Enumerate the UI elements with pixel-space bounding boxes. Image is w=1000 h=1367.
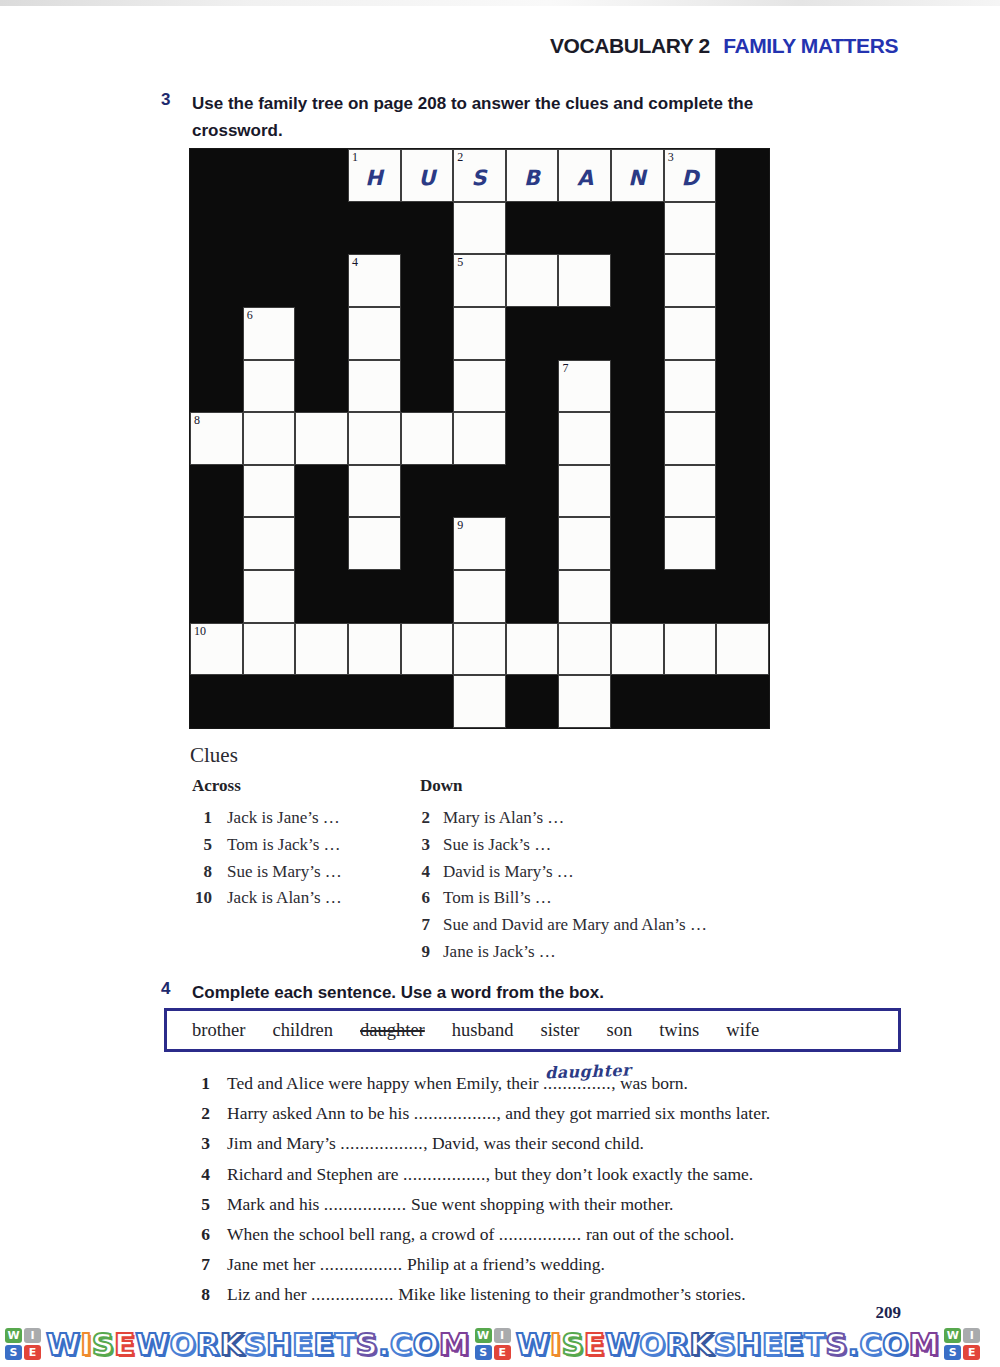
clue-text: David is Mary’s …: [443, 859, 574, 886]
watermark-text: WISEWORKSHEETS.COM: [516, 1326, 940, 1362]
watermark-bar: WISEWISEWORKSHEETS.COMWISEWISEWORKSHEETS…: [0, 1321, 1000, 1367]
grid-cell-r11c3: [295, 675, 348, 728]
sentence-post-text: , but they don’t look exactly the same.: [486, 1164, 753, 1184]
grid-cell-r1c3: [295, 149, 348, 202]
sentence-post-text: , and they got married six months later.: [497, 1103, 771, 1123]
grid-cell-r2c3: [295, 202, 348, 255]
grid-cell-r5c5: [401, 360, 454, 413]
grid-cell-r7c4[interactable]: [348, 465, 401, 518]
logo-square-S: S: [5, 1345, 22, 1360]
grid-cell-r5c9: [611, 360, 664, 413]
sentence-8: 8Liz and her ................. Mike like…: [178, 1279, 770, 1309]
grid-cell-r3c9: [611, 254, 664, 307]
grid-cell-r11c5: [401, 675, 454, 728]
entered-letter: D: [681, 166, 699, 190]
grid-cell-r5c4[interactable]: [348, 360, 401, 413]
exercise3-instruction-line2: crossword.: [192, 121, 283, 140]
sentence-number: 6: [178, 1219, 210, 1249]
sentence-number: 7: [178, 1249, 210, 1279]
down-clue-3: 3Sue is Jack’s …: [410, 832, 707, 859]
grid-cell-r10c2[interactable]: [243, 623, 296, 676]
grid-cell-r1c7[interactable]: B: [506, 149, 559, 202]
logo-square-S: S: [475, 1345, 492, 1360]
exercise4-number: 4: [161, 979, 175, 1006]
down-label: Down: [420, 776, 707, 796]
sentence-3: 3Jim and Mary’s ................., David…: [178, 1128, 770, 1158]
grid-cell-r9c8[interactable]: [558, 570, 611, 623]
wiseworksheets-logo-icon: WISE: [944, 1328, 980, 1360]
grid-cell-r11c6[interactable]: [453, 675, 506, 728]
word-bank-box: brotherchildrendaughterhusbandsistersont…: [164, 1008, 901, 1052]
sentence-pre-text: Richard and Stephen are: [227, 1164, 403, 1184]
grid-cell-r8c7: [506, 517, 559, 570]
clue-number-9: 9: [457, 519, 463, 533]
grid-cell-r10c11[interactable]: [716, 623, 769, 676]
across-clue-5: 5Tom is Jack’s …: [185, 832, 342, 859]
clue-number-2: 2: [457, 151, 463, 165]
grid-cell-r7c5: [401, 465, 454, 518]
grid-cell-r2c5: [401, 202, 454, 255]
watermark-letter: .: [378, 1326, 390, 1362]
grid-cell-r10c6[interactable]: [453, 623, 506, 676]
grid-cell-r10c4[interactable]: [348, 623, 401, 676]
watermark-text: WISEWORKSHEETS.COM: [46, 1326, 470, 1362]
sentence-pre-text: Mark and his: [227, 1194, 324, 1214]
word-bank-item-wife: wife: [726, 1020, 759, 1041]
grid-cell-r11c1: [190, 675, 243, 728]
sentence-pre-text: Liz and her: [227, 1284, 311, 1304]
down-clue-6: 6Tom is Bill’s …: [410, 885, 707, 912]
grid-cell-r11c8[interactable]: [558, 675, 611, 728]
clue-num: 7: [410, 912, 430, 939]
grid-cell-r10c9[interactable]: [611, 623, 664, 676]
grid-cell-r8c2[interactable]: [243, 517, 296, 570]
sentence-post-text: Philip at a friend’s wedding.: [403, 1254, 605, 1274]
grid-cell-r10c3[interactable]: [295, 623, 348, 676]
down-clue-list: 2Mary is Alan’s …3Sue is Jack’s …4David …: [410, 805, 707, 966]
sentence-pre-text: When the school bell rang, a crowd of: [227, 1224, 499, 1244]
clue-number-1: 1: [352, 151, 358, 165]
grid-cell-r2c10[interactable]: [664, 202, 717, 255]
fill-in-blank[interactable]: .................: [340, 1133, 423, 1153]
watermark-letter: S: [561, 1326, 583, 1362]
clue-text: Jack is Alan’s …: [227, 885, 342, 912]
grid-cell-r3c4[interactable]: 4: [348, 254, 401, 307]
grid-cell-r6c10[interactable]: [664, 412, 717, 465]
clue-text: Sue is Mary’s …: [227, 859, 342, 886]
grid-cell-r3c2: [243, 254, 296, 307]
logo-square-E: E: [24, 1345, 41, 1360]
grid-cell-r4c6[interactable]: [453, 307, 506, 360]
watermark-letter: T: [334, 1326, 355, 1362]
clue-text: Mary is Alan’s …: [443, 805, 564, 832]
sentence-pre-text: Harry asked Ann to be his: [227, 1103, 414, 1123]
grid-cell-r5c1: [190, 360, 243, 413]
sentence-text: Richard and Stephen are ................…: [227, 1159, 753, 1189]
exercise3-number: 3: [161, 90, 175, 144]
grid-cell-r6c8[interactable]: [558, 412, 611, 465]
grid-cell-r8c4[interactable]: [348, 517, 401, 570]
grid-cell-r11c4: [348, 675, 401, 728]
down-clues-column: Down 2Mary is Alan’s …3Sue is Jack’s …4D…: [410, 776, 707, 966]
logo-square-I: I: [963, 1328, 980, 1343]
watermark-letter: W: [135, 1326, 169, 1362]
grid-cell-r1c6[interactable]: 2S: [453, 149, 506, 202]
clue-number-8: 8: [194, 414, 200, 428]
grid-cell-r5c6[interactable]: [453, 360, 506, 413]
grid-cell-r3c10[interactable]: [664, 254, 717, 307]
grid-cell-r11c2: [243, 675, 296, 728]
grid-cell-r9c9: [611, 570, 664, 623]
grid-cell-r8c9: [611, 517, 664, 570]
grid-cell-r2c8: [558, 202, 611, 255]
clue-text: Sue is Jack’s …: [443, 832, 551, 859]
sentence-text: Jim and Mary’s ................., David,…: [227, 1128, 644, 1158]
clue-number-10: 10: [194, 625, 206, 639]
grid-cell-r8c10[interactable]: [664, 517, 717, 570]
watermark-letter: T: [804, 1326, 825, 1362]
exercise4-header: 4 Complete each sentence. Use a word fro…: [161, 979, 604, 1006]
grid-cell-r4c1: [190, 307, 243, 360]
crossword-grid: 1HU2SBAN3D45678910: [189, 148, 770, 729]
clue-number-7: 7: [562, 362, 568, 376]
clue-text: Tom is Jack’s …: [227, 832, 341, 859]
watermark-letter: I: [80, 1326, 92, 1362]
watermark-letter: O: [639, 1326, 665, 1362]
entered-letter: A: [576, 166, 593, 190]
grid-cell-r2c4: [348, 202, 401, 255]
grid-cell-r10c1[interactable]: 10: [190, 623, 243, 676]
grid-cell-r3c8[interactable]: [558, 254, 611, 307]
watermark-letter: S: [92, 1326, 114, 1362]
word-bank-item-twins: twins: [659, 1020, 699, 1041]
grid-cell-r10c7[interactable]: [506, 623, 559, 676]
exercise3-instruction: Use the family tree on page 208 to answe…: [192, 90, 753, 144]
grid-cell-r1c10[interactable]: 3D: [664, 149, 717, 202]
grid-cell-r1c2: [243, 149, 296, 202]
watermark-letter: R: [196, 1326, 220, 1362]
watermark-letter: E: [783, 1326, 804, 1362]
grid-cell-r9c4: [348, 570, 401, 623]
logo-square-W: W: [475, 1328, 492, 1343]
clue-num: 1: [185, 805, 212, 832]
grid-cell-r5c3: [295, 360, 348, 413]
clue-text: Jane is Jack’s …: [443, 939, 556, 966]
word-bank-item-daughter: daughter: [360, 1020, 425, 1041]
grid-cell-r3c5: [401, 254, 454, 307]
grid-cell-r2c11: [716, 202, 769, 255]
wiseworksheets-logo-icon: WISE: [5, 1328, 41, 1360]
grid-cell-r6c5[interactable]: [401, 412, 454, 465]
exercise4-instruction: Complete each sentence. Use a word from …: [192, 979, 604, 1006]
grid-cell-r7c1: [190, 465, 243, 518]
watermark-letter: C: [390, 1326, 413, 1362]
entered-letter: B: [524, 166, 540, 190]
watermark-letter: M: [439, 1326, 470, 1362]
entered-letter: S: [472, 166, 488, 190]
word-bank-item-children: children: [272, 1020, 333, 1041]
grid-cell-r10c8[interactable]: [558, 623, 611, 676]
watermark-letter: E: [292, 1326, 313, 1362]
sentence-number: 2: [178, 1098, 210, 1128]
grid-cell-r7c6: [453, 465, 506, 518]
grid-cell-r7c2[interactable]: [243, 465, 296, 518]
header-unit-title: VOCABULARY 2: [550, 34, 710, 57]
watermark-letter: C: [859, 1326, 882, 1362]
grid-cell-r1c1: [190, 149, 243, 202]
logo-square-E: E: [963, 1345, 980, 1360]
watermark-letter: K: [220, 1326, 244, 1362]
logo-square-W: W: [5, 1328, 22, 1343]
fill-in-blank[interactable]: .................: [311, 1284, 394, 1304]
logo-square-E: E: [494, 1345, 511, 1360]
grid-cell-r9c7: [506, 570, 559, 623]
word-bank-item-husband: husband: [452, 1020, 514, 1041]
across-label: Across: [192, 776, 342, 796]
grid-cell-r6c9: [611, 412, 664, 465]
word-bank-item-son: son: [607, 1020, 633, 1041]
header-topic-title: FAMILY MATTERS: [723, 34, 898, 57]
watermark-letter: O: [169, 1326, 195, 1362]
grid-cell-r9c1: [190, 570, 243, 623]
sentence-number: 5: [178, 1189, 210, 1219]
grid-cell-r1c8[interactable]: A: [558, 149, 611, 202]
grid-cell-r4c10[interactable]: [664, 307, 717, 360]
grid-cell-r4c11: [716, 307, 769, 360]
watermark-letter: E: [762, 1326, 783, 1362]
watermark-letter: I: [550, 1326, 562, 1362]
sentence-number: 4: [178, 1159, 210, 1189]
sentence-pre-text: Ted and Alice were happy when Emily, the…: [227, 1073, 543, 1093]
clue-num: 3: [410, 832, 430, 859]
across-clue-1: 1Jack is Jane’s …: [185, 805, 342, 832]
grid-cell-r2c1: [190, 202, 243, 255]
fill-in-blank[interactable]: ..............daughter: [543, 1073, 611, 1093]
grid-cell-r4c7: [506, 307, 559, 360]
watermark-letter: E: [114, 1326, 135, 1362]
page-number: 209: [876, 1303, 902, 1323]
watermark-letter: S: [356, 1326, 378, 1362]
wiseworksheets-logo-icon: WISE: [475, 1328, 511, 1360]
entered-letter: U: [418, 166, 435, 190]
grid-cell-r5c2[interactable]: [243, 360, 296, 413]
sentence-post-text: Sue went shopping with their mother.: [407, 1194, 674, 1214]
logo-square-I: I: [24, 1328, 41, 1343]
watermark-letter: H: [736, 1326, 762, 1362]
handwritten-answer: daughter: [544, 1056, 631, 1089]
clue-number-6: 6: [247, 309, 253, 323]
clue-number-5: 5: [457, 256, 463, 270]
grid-cell-r7c10[interactable]: [664, 465, 717, 518]
grid-cell-r7c9: [611, 465, 664, 518]
logo-square-W: W: [944, 1328, 961, 1343]
entered-letter: N: [628, 166, 646, 190]
clue-number-4: 4: [352, 256, 358, 270]
sentence-pre-text: Jim and Mary’s: [227, 1133, 340, 1153]
grid-cell-r9c6[interactable]: [453, 570, 506, 623]
grid-cell-r4c3: [295, 307, 348, 360]
grid-cell-r6c7: [506, 412, 559, 465]
down-clue-7: 7Sue and David are Mary and Alan’s …: [410, 912, 707, 939]
clue-num: 4: [410, 859, 430, 886]
watermark-letter: S: [713, 1326, 735, 1362]
grid-cell-r5c11: [716, 360, 769, 413]
grid-cell-r2c2: [243, 202, 296, 255]
grid-cell-r6c2[interactable]: [243, 412, 296, 465]
watermark-letter: S: [244, 1326, 266, 1362]
grid-cell-r7c3: [295, 465, 348, 518]
fill-in-blank[interactable]: .................: [499, 1224, 582, 1244]
across-clue-list: 1Jack is Jane’s …5Tom is Jack’s …8Sue is…: [185, 805, 342, 912]
clue-num: 6: [410, 885, 430, 912]
grid-cell-r10c5[interactable]: [401, 623, 454, 676]
grid-cell-r5c10[interactable]: [664, 360, 717, 413]
grid-cell-r8c8[interactable]: [558, 517, 611, 570]
across-clues-column: Across 1Jack is Jane’s …5Tom is Jack’s ……: [185, 776, 342, 912]
grid-cell-r5c8[interactable]: 7: [558, 360, 611, 413]
watermark-letter: H: [266, 1326, 292, 1362]
grid-cell-r8c1: [190, 517, 243, 570]
sentence-post-text: , David, was their second child.: [423, 1133, 644, 1153]
grid-cell-r4c4[interactable]: [348, 307, 401, 360]
grid-cell-r7c11: [716, 465, 769, 518]
watermark-letter: .: [848, 1326, 860, 1362]
watermark-letter: O: [412, 1326, 438, 1362]
watermark-letter: W: [516, 1326, 550, 1362]
sentence-post-text: Mike like listening to their grandmother…: [394, 1284, 746, 1304]
sentence-text: Mark and his ................. Sue went …: [227, 1189, 673, 1219]
grid-cell-r4c8: [558, 307, 611, 360]
grid-cell-r11c9: [611, 675, 664, 728]
watermark-letter: W: [605, 1326, 639, 1362]
grid-cell-r10c10[interactable]: [664, 623, 717, 676]
sentence-post-text: ran out of the school.: [582, 1224, 735, 1244]
sentence-5: 5Mark and his ................. Sue went…: [178, 1189, 770, 1219]
grid-cell-r6c11: [716, 412, 769, 465]
grid-cell-r8c11: [716, 517, 769, 570]
exercise3-instruction-line1: Use the family tree on page 208 to answe…: [192, 94, 753, 113]
grid-cell-r9c10: [664, 570, 717, 623]
grid-cell-r7c8[interactable]: [558, 465, 611, 518]
across-clue-10: 10Jack is Alan’s …: [185, 885, 342, 912]
sentence-6: 6When the school bell rang, a crowd of .…: [178, 1219, 770, 1249]
across-clue-8: 8Sue is Mary’s …: [185, 859, 342, 886]
worksheet-page: VOCABULARY 2 FAMILY MATTERS 3 Use the fa…: [0, 0, 1000, 1367]
sentence-text: When the school bell rang, a crowd of ..…: [227, 1219, 734, 1249]
watermark-letter: K: [689, 1326, 713, 1362]
fill-in-blank[interactable]: .................: [324, 1194, 407, 1214]
clue-num: 9: [410, 939, 430, 966]
sentence-7: 7Jane met her ................. Philip a…: [178, 1249, 770, 1279]
grid-cell-r4c9: [611, 307, 664, 360]
grid-cell-r6c4[interactable]: [348, 412, 401, 465]
grid-cell-r9c3: [295, 570, 348, 623]
logo-square-I: I: [494, 1328, 511, 1343]
down-clue-4: 4David is Mary’s …: [410, 859, 707, 886]
clue-text: Jack is Jane’s …: [227, 805, 340, 832]
grid-cell-r3c7[interactable]: [506, 254, 559, 307]
fill-in-blank[interactable]: .................: [414, 1103, 497, 1123]
grid-cell-r1c11: [716, 149, 769, 202]
sentence-number: 8: [178, 1279, 210, 1309]
sentence-text: Liz and her ................. Mike like …: [227, 1279, 746, 1309]
watermark-letter: W: [46, 1326, 80, 1362]
sentence-text: Jane met her ................. Philip at…: [227, 1249, 605, 1279]
sentence-pre-text: Jane met her: [227, 1254, 320, 1274]
sentence-list: 1Ted and Alice were happy when Emily, th…: [178, 1068, 770, 1310]
entered-letter: H: [365, 166, 383, 190]
grid-cell-r9c5: [401, 570, 454, 623]
logo-square-S: S: [944, 1345, 961, 1360]
grid-cell-r3c1: [190, 254, 243, 307]
grid-cell-r3c6[interactable]: 5: [453, 254, 506, 307]
grid-cell-r6c6[interactable]: [453, 412, 506, 465]
grid-cell-r11c10: [664, 675, 717, 728]
sentence-text: Harry asked Ann to be his ..............…: [227, 1098, 770, 1128]
grid-cell-r2c7: [506, 202, 559, 255]
word-bank-item-sister: sister: [540, 1020, 579, 1041]
clue-num: 8: [185, 859, 212, 886]
fill-in-blank[interactable]: .................: [403, 1164, 486, 1184]
grid-cell-r8c3: [295, 517, 348, 570]
grid-cell-r5c7: [506, 360, 559, 413]
grid-cell-r4c2[interactable]: 6: [243, 307, 296, 360]
clue-num: 10: [185, 885, 212, 912]
grid-cell-r3c3: [295, 254, 348, 307]
clue-num: 5: [185, 832, 212, 859]
grid-cell-r3c11: [716, 254, 769, 307]
grid-cell-r1c5[interactable]: U: [401, 149, 454, 202]
clue-text: Tom is Bill’s …: [443, 885, 552, 912]
sentence-1: 1Ted and Alice were happy when Emily, th…: [178, 1068, 770, 1098]
fill-in-blank[interactable]: .................: [320, 1254, 403, 1274]
grid-cell-r11c11: [716, 675, 769, 728]
sentence-4: 4Richard and Stephen are ...............…: [178, 1159, 770, 1189]
grid-cell-r1c4[interactable]: 1H: [348, 149, 401, 202]
watermark-letter: R: [665, 1326, 689, 1362]
down-clue-2: 2Mary is Alan’s …: [410, 805, 707, 832]
watermark-letter: E: [584, 1326, 605, 1362]
grid-cell-r2c9: [611, 202, 664, 255]
watermark-letter: E: [313, 1326, 334, 1362]
watermark-letter: S: [825, 1326, 847, 1362]
page-header: VOCABULARY 2 FAMILY MATTERS: [550, 34, 898, 58]
clue-num: 2: [410, 805, 430, 832]
sentence-2: 2Harry asked Ann to be his .............…: [178, 1098, 770, 1128]
grid-cell-r11c7: [506, 675, 559, 728]
grid-cell-r6c3[interactable]: [295, 412, 348, 465]
clue-text: Sue and David are Mary and Alan’s …: [443, 912, 707, 939]
exercise3-header: 3 Use the family tree on page 208 to ans…: [161, 90, 753, 144]
grid-cell-r2c6[interactable]: [453, 202, 506, 255]
sentence-number: 1: [178, 1068, 210, 1098]
down-clue-9: 9Jane is Jack’s …: [410, 939, 707, 966]
sentence-text: Ted and Alice were happy when Emily, the…: [227, 1068, 688, 1098]
scan-artifact-band: [0, 0, 1000, 6]
word-bank-item-brother: brother: [192, 1020, 245, 1041]
watermark-letter: M: [908, 1326, 939, 1362]
grid-cell-r8c6[interactable]: 9: [453, 517, 506, 570]
sentence-number: 3: [178, 1128, 210, 1158]
grid-cell-r7c7: [506, 465, 559, 518]
grid-cell-r8c5: [401, 517, 454, 570]
clue-number-3: 3: [668, 151, 674, 165]
grid-cell-r1c9[interactable]: N: [611, 149, 664, 202]
grid-cell-r4c5: [401, 307, 454, 360]
watermark-letter: O: [882, 1326, 908, 1362]
grid-cell-r6c1[interactable]: 8: [190, 412, 243, 465]
grid-cell-r9c2[interactable]: [243, 570, 296, 623]
